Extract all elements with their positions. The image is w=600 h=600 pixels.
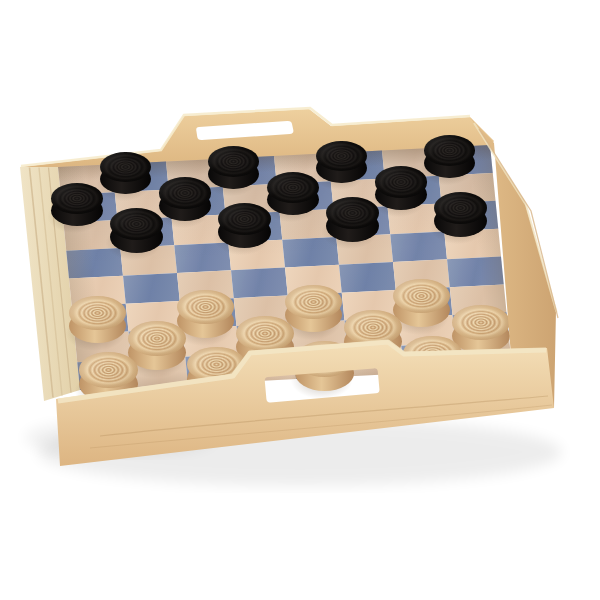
tray-front [0, 0, 600, 600]
bottom-rim-with-handle [56, 340, 554, 466]
product-photo-checkers-tray [0, 0, 600, 600]
